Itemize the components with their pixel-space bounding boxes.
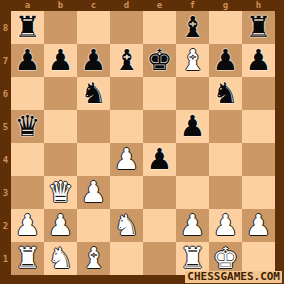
rank-label-7: 7 bbox=[0, 44, 11, 77]
square-b6[interactable] bbox=[44, 77, 77, 110]
piece-white-pawn-b2: ♟ bbox=[44, 209, 77, 242]
square-c7[interactable]: ♟ bbox=[77, 44, 110, 77]
piece-white-pawn-g2: ♟ bbox=[209, 209, 242, 242]
piece-black-pawn-h7: ♟ bbox=[242, 44, 275, 77]
square-c5[interactable] bbox=[77, 110, 110, 143]
square-a2[interactable]: ♟ bbox=[11, 209, 44, 242]
square-g6[interactable]: ♞ bbox=[209, 77, 242, 110]
square-d6[interactable] bbox=[110, 77, 143, 110]
square-c4[interactable] bbox=[77, 143, 110, 176]
square-a6[interactable] bbox=[11, 77, 44, 110]
piece-white-knight-b1: ♞ bbox=[44, 242, 77, 275]
square-b1[interactable]: ♞ bbox=[44, 242, 77, 275]
square-a4[interactable] bbox=[11, 143, 44, 176]
piece-white-queen-b3: ♛ bbox=[44, 176, 77, 209]
piece-black-pawn-f5: ♟ bbox=[176, 110, 209, 143]
rank-label-8: 8 bbox=[0, 11, 11, 44]
square-c1[interactable]: ♝ bbox=[77, 242, 110, 275]
file-label-d: d bbox=[110, 0, 143, 11]
file-label-b: b bbox=[44, 0, 77, 11]
piece-white-knight-d2: ♞ bbox=[110, 209, 143, 242]
piece-white-bishop-c1: ♝ bbox=[77, 242, 110, 275]
site-watermark: CHESSGAMES.COM bbox=[185, 271, 282, 283]
square-b2[interactable]: ♟ bbox=[44, 209, 77, 242]
square-d5[interactable] bbox=[110, 110, 143, 143]
rank-label-3: 3 bbox=[0, 176, 11, 209]
square-c2[interactable] bbox=[77, 209, 110, 242]
rank-labels: 87654321 bbox=[0, 11, 11, 275]
piece-black-pawn-a7: ♟ bbox=[11, 44, 44, 77]
square-g3[interactable] bbox=[209, 176, 242, 209]
square-f6[interactable] bbox=[176, 77, 209, 110]
square-c3[interactable]: ♟ bbox=[77, 176, 110, 209]
rank-label-6: 6 bbox=[0, 77, 11, 110]
square-g7[interactable]: ♟ bbox=[209, 44, 242, 77]
piece-black-pawn-b7: ♟ bbox=[44, 44, 77, 77]
piece-white-pawn-d4: ♟ bbox=[110, 143, 143, 176]
piece-white-rook-a1: ♜ bbox=[11, 242, 44, 275]
square-d8[interactable] bbox=[110, 11, 143, 44]
piece-white-pawn-f2: ♟ bbox=[176, 209, 209, 242]
square-h7[interactable]: ♟ bbox=[242, 44, 275, 77]
chess-board: ♜♝♜♟♟♟♝♚♝♟♟♞♞♛♟♟♟♛♟♟♟♞♟♟♟♜♞♝♜♚ bbox=[11, 11, 275, 275]
square-h6[interactable] bbox=[242, 77, 275, 110]
rank-label-1: 1 bbox=[0, 242, 11, 275]
square-b8[interactable] bbox=[44, 11, 77, 44]
square-d4[interactable]: ♟ bbox=[110, 143, 143, 176]
square-a7[interactable]: ♟ bbox=[11, 44, 44, 77]
square-a8[interactable]: ♜ bbox=[11, 11, 44, 44]
file-label-g: g bbox=[209, 0, 242, 11]
square-g8[interactable] bbox=[209, 11, 242, 44]
chess-diagram: abcdefgh 87654321 ♜♝♜♟♟♟♝♚♝♟♟♞♞♛♟♟♟♛♟♟♟♞… bbox=[0, 0, 284, 284]
square-e8[interactable] bbox=[143, 11, 176, 44]
file-label-c: c bbox=[77, 0, 110, 11]
piece-black-knight-g6: ♞ bbox=[209, 77, 242, 110]
square-g2[interactable]: ♟ bbox=[209, 209, 242, 242]
rank-label-2: 2 bbox=[0, 209, 11, 242]
piece-black-rook-h8: ♜ bbox=[242, 11, 275, 44]
square-d3[interactable] bbox=[110, 176, 143, 209]
square-a1[interactable]: ♜ bbox=[11, 242, 44, 275]
square-b3[interactable]: ♛ bbox=[44, 176, 77, 209]
piece-black-king-e7: ♚ bbox=[143, 44, 176, 77]
square-f4[interactable] bbox=[176, 143, 209, 176]
square-h3[interactable] bbox=[242, 176, 275, 209]
rank-label-4: 4 bbox=[0, 143, 11, 176]
square-e3[interactable] bbox=[143, 176, 176, 209]
piece-black-bishop-f8: ♝ bbox=[176, 11, 209, 44]
square-b7[interactable]: ♟ bbox=[44, 44, 77, 77]
square-h4[interactable] bbox=[242, 143, 275, 176]
file-labels: abcdefgh bbox=[11, 0, 275, 11]
square-f5[interactable]: ♟ bbox=[176, 110, 209, 143]
square-b4[interactable] bbox=[44, 143, 77, 176]
piece-white-pawn-h2: ♟ bbox=[242, 209, 275, 242]
piece-black-bishop-d7: ♝ bbox=[110, 44, 143, 77]
square-a5[interactable]: ♛ bbox=[11, 110, 44, 143]
piece-white-pawn-a2: ♟ bbox=[11, 209, 44, 242]
piece-black-rook-a8: ♜ bbox=[11, 11, 44, 44]
piece-black-pawn-g7: ♟ bbox=[209, 44, 242, 77]
square-f3[interactable] bbox=[176, 176, 209, 209]
piece-white-bishop-f7: ♝ bbox=[176, 44, 209, 77]
square-h2[interactable]: ♟ bbox=[242, 209, 275, 242]
piece-black-knight-c6: ♞ bbox=[77, 77, 110, 110]
square-h5[interactable] bbox=[242, 110, 275, 143]
square-g5[interactable] bbox=[209, 110, 242, 143]
piece-black-pawn-e4: ♟ bbox=[143, 143, 176, 176]
square-e2[interactable] bbox=[143, 209, 176, 242]
square-b5[interactable] bbox=[44, 110, 77, 143]
square-f7[interactable]: ♝ bbox=[176, 44, 209, 77]
square-f8[interactable]: ♝ bbox=[176, 11, 209, 44]
piece-black-pawn-c7: ♟ bbox=[77, 44, 110, 77]
square-c6[interactable]: ♞ bbox=[77, 77, 110, 110]
square-h8[interactable]: ♜ bbox=[242, 11, 275, 44]
square-g4[interactable] bbox=[209, 143, 242, 176]
square-c8[interactable] bbox=[77, 11, 110, 44]
square-d7[interactable]: ♝ bbox=[110, 44, 143, 77]
file-label-e: e bbox=[143, 0, 176, 11]
square-e6[interactable] bbox=[143, 77, 176, 110]
square-a3[interactable] bbox=[11, 176, 44, 209]
square-e5[interactable] bbox=[143, 110, 176, 143]
piece-white-pawn-c3: ♟ bbox=[77, 176, 110, 209]
square-e7[interactable]: ♚ bbox=[143, 44, 176, 77]
square-f2[interactable]: ♟ bbox=[176, 209, 209, 242]
rank-label-5: 5 bbox=[0, 110, 11, 143]
square-d2[interactable]: ♞ bbox=[110, 209, 143, 242]
square-e4[interactable]: ♟ bbox=[143, 143, 176, 176]
piece-black-queen-a5: ♛ bbox=[11, 110, 44, 143]
square-d1[interactable] bbox=[110, 242, 143, 275]
square-e1[interactable] bbox=[143, 242, 176, 275]
